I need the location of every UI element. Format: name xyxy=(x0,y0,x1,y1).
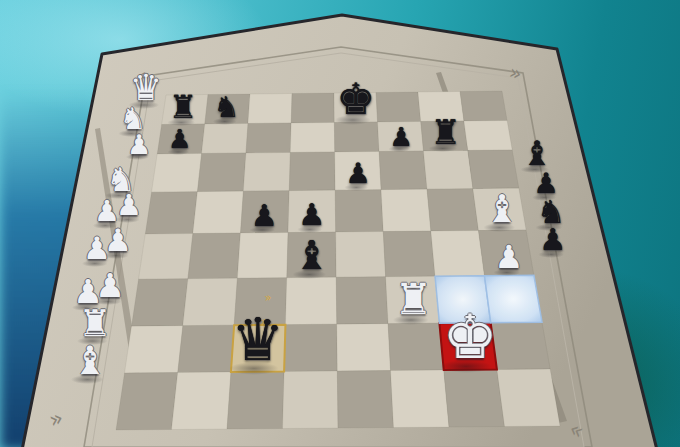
piece-black-knight-b8[interactable]: ♞ xyxy=(214,93,240,122)
square-d2[interactable] xyxy=(284,324,337,371)
square-b6[interactable] xyxy=(197,153,246,192)
piece-black-rook-a8[interactable]: ♜ xyxy=(169,91,198,123)
square-e5[interactable] xyxy=(335,190,383,232)
square-h2[interactable] xyxy=(491,322,550,369)
piece-black-pawn-c5[interactable]: ♟ xyxy=(251,201,278,231)
captured-white-pawn-8: ♟ xyxy=(83,233,111,264)
square-h7[interactable] xyxy=(464,120,512,150)
square-a6[interactable] xyxy=(152,153,202,192)
square-f8[interactable] xyxy=(376,92,421,122)
square-g4[interactable] xyxy=(431,231,485,277)
square-b1[interactable] xyxy=(172,372,231,429)
square-e1[interactable] xyxy=(337,371,393,428)
piece-white-king-g2[interactable]: ♚ xyxy=(443,306,498,367)
square-b7[interactable] xyxy=(202,123,248,153)
square-c4[interactable] xyxy=(237,233,288,279)
piece-black-bishop-d4[interactable]: ♝ xyxy=(294,235,330,275)
piece-white-rook-f3[interactable]: ♜ xyxy=(394,278,433,321)
square-e4[interactable] xyxy=(336,232,386,278)
square-a3[interactable] xyxy=(132,279,188,326)
captured-black-bishop-1: ♝ xyxy=(522,136,552,170)
piece-black-queen-c2[interactable]: ♛ xyxy=(231,310,284,369)
square-f2[interactable] xyxy=(388,323,444,370)
square-h1[interactable] xyxy=(497,369,560,426)
square-f1[interactable] xyxy=(391,370,449,427)
piece-white-bishop-h5[interactable]: ♝ xyxy=(485,190,519,228)
chess-game-scene: »»»»»» ♜♞♚♟♟♜♟♟♟♝♛♝♟♜♚♛♞♟♞♟♟♟♟♟♟♜♝♝♟♞♟ xyxy=(0,0,680,447)
square-g5[interactable] xyxy=(427,189,478,231)
square-a1[interactable] xyxy=(116,373,178,430)
square-d3[interactable] xyxy=(285,277,336,324)
square-d1[interactable] xyxy=(283,371,339,428)
square-f6[interactable] xyxy=(379,151,427,190)
captured-black-pawn-4: ♟ xyxy=(540,225,567,255)
piece-black-rook-g7[interactable]: ♜ xyxy=(430,115,460,149)
square-f5[interactable] xyxy=(381,189,431,231)
square-c1[interactable] xyxy=(227,372,284,429)
square-d8[interactable] xyxy=(291,93,334,123)
square-e2[interactable] xyxy=(337,324,391,371)
square-e3[interactable] xyxy=(336,277,388,324)
captured-white-rook-11: ♜ xyxy=(78,305,111,342)
captured-white-bishop-12: ♝ xyxy=(73,341,108,380)
square-h6[interactable] xyxy=(468,150,519,189)
captured-white-pawn-3: ♟ xyxy=(127,131,151,158)
piece-black-pawn-f7[interactable]: ♟ xyxy=(390,124,413,150)
square-b4[interactable] xyxy=(188,233,241,279)
square-h8[interactable] xyxy=(460,91,507,121)
square-b2[interactable] xyxy=(178,325,234,372)
piece-black-king-e8[interactable]: ♚ xyxy=(337,78,376,121)
square-b3[interactable] xyxy=(183,278,238,325)
square-b5[interactable] xyxy=(193,191,243,233)
square-f4[interactable] xyxy=(383,231,435,277)
piece-white-pawn-h4[interactable]: ♟ xyxy=(494,241,523,273)
square-e7[interactable] xyxy=(334,122,379,152)
square-a5[interactable] xyxy=(145,192,197,234)
piece-black-pawn-a7[interactable]: ♟ xyxy=(168,126,191,152)
square-c6[interactable] xyxy=(243,152,290,191)
square-g6[interactable] xyxy=(423,150,472,189)
square-c8[interactable] xyxy=(248,94,292,124)
square-d6[interactable] xyxy=(289,152,335,191)
piece-black-pawn-e6[interactable]: ♟ xyxy=(345,160,370,188)
square-g1[interactable] xyxy=(444,370,505,427)
square-d7[interactable] xyxy=(290,122,334,152)
square-a2[interactable] xyxy=(125,326,183,373)
square-c7[interactable] xyxy=(246,123,291,153)
square-a4[interactable] xyxy=(139,234,193,280)
piece-black-pawn-d5[interactable]: ♟ xyxy=(298,200,325,230)
